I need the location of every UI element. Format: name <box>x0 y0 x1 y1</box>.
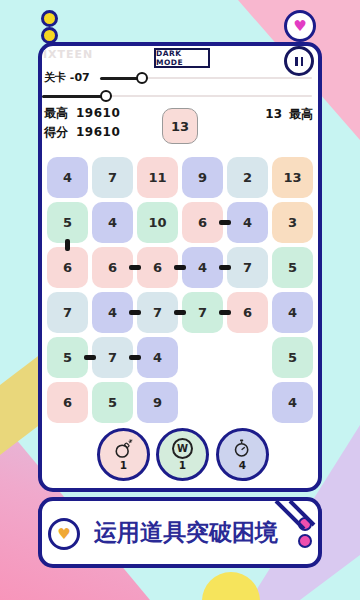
banner-heart-badge: ♥ <box>48 518 80 550</box>
grid-cell[interactable]: 4 <box>92 292 133 333</box>
grid-cell[interactable]: 7 <box>137 292 178 333</box>
grid-cell[interactable]: 6 <box>47 247 88 288</box>
right-best-tile: 13最高 <box>265 106 313 123</box>
grid-cell[interactable]: 4 <box>182 247 223 288</box>
grid-cell[interactable]: 4 <box>272 292 313 333</box>
grid-cell[interactable]: 5 <box>47 337 88 378</box>
current-score-label: 得分 <box>44 125 68 139</box>
current-score-value: 19610 <box>76 125 120 139</box>
link-connector <box>129 355 141 360</box>
grid-cell[interactable]: 7 <box>182 292 223 333</box>
screen: ♥ IXTEEN DARK MODE 关卡 -07 最高19610 得分1961… <box>0 0 360 600</box>
heart-badge: ♥ <box>284 10 316 42</box>
heart-icon: ♥ <box>57 527 70 542</box>
current-score-row: 得分19610 <box>44 123 120 142</box>
timer-count: 4 <box>239 460 246 471</box>
stopwatch-icon <box>232 438 253 459</box>
score-block: 最高19610 得分19610 <box>44 104 120 142</box>
grid-cell[interactable]: 6 <box>137 247 178 288</box>
grid-empty-cell <box>182 382 223 423</box>
link-connector <box>174 265 186 270</box>
grid-cell[interactable]: 13 <box>272 157 313 198</box>
wildcard-powerup-button[interactable]: W 1 <box>156 428 209 481</box>
level-slider-track <box>100 77 138 80</box>
pause-icon <box>301 57 304 66</box>
best-score-value: 19610 <box>76 106 120 120</box>
link-connector <box>219 265 231 270</box>
game-title-watermark: IXTEEN <box>43 48 93 61</box>
link-connector <box>219 220 231 225</box>
right-best-label: 最高 <box>289 107 313 121</box>
dark-mode-button[interactable]: DARK MODE <box>154 48 210 68</box>
right-best-value: 13 <box>265 107 282 121</box>
level-slider-knob[interactable] <box>136 72 148 84</box>
progress-slider-track-rest <box>109 95 312 97</box>
grid-cell[interactable]: 6 <box>92 247 133 288</box>
grid-cell[interactable]: 4 <box>92 202 133 243</box>
grid-cell[interactable]: 7 <box>92 157 133 198</box>
link-connector <box>129 310 141 315</box>
level-label: 关卡 -07 <box>44 70 90 85</box>
grid-cell[interactable]: 2 <box>227 157 268 198</box>
grid-cell[interactable]: 7 <box>227 247 268 288</box>
grid-cell[interactable]: 7 <box>47 292 88 333</box>
grid-cell[interactable]: 4 <box>137 337 178 378</box>
grid: 47119213541064366647574776457456594 <box>47 157 313 423</box>
bomb-count: 1 <box>120 460 127 471</box>
grid-cell[interactable]: 5 <box>47 202 88 243</box>
grid-cell[interactable]: 4 <box>47 157 88 198</box>
grid-cell[interactable]: 5 <box>92 382 133 423</box>
banner-dot-bottom <box>298 534 312 548</box>
grid-cell[interactable]: 9 <box>137 382 178 423</box>
best-score-label: 最高 <box>44 106 68 120</box>
level-slider-track-rest <box>145 77 312 79</box>
bomb-icon <box>113 438 134 459</box>
grid-cell[interactable]: 9 <box>182 157 223 198</box>
decor-yellow-semicircle <box>202 572 260 600</box>
pause-button[interactable] <box>284 46 314 76</box>
grid-cell[interactable]: 4 <box>272 382 313 423</box>
grid-cell[interactable]: 6 <box>47 382 88 423</box>
wildcard-w-icon: W <box>172 438 193 459</box>
link-connector <box>65 239 70 251</box>
wildcard-count: 1 <box>179 460 186 471</box>
link-connector <box>129 265 141 270</box>
link-connector <box>219 310 231 315</box>
link-connector <box>174 310 186 315</box>
timer-powerup-button[interactable]: 4 <box>216 428 269 481</box>
heart-icon: ♥ <box>293 19 306 34</box>
grid-cell[interactable]: 4 <box>227 202 268 243</box>
grid-cell[interactable]: 6 <box>227 292 268 333</box>
bomb-powerup-button[interactable]: 1 <box>97 428 150 481</box>
grid-cell[interactable]: 11 <box>137 157 178 198</box>
target-tile: 13 <box>162 108 198 144</box>
pause-icon <box>295 57 298 66</box>
hint-banner: ♥ 运用道具突破困境 <box>38 497 322 568</box>
decor-dot-top <box>41 10 58 27</box>
grid-cell[interactable]: 5 <box>272 337 313 378</box>
grid-empty-cell <box>227 337 268 378</box>
grid-cell[interactable]: 10 <box>137 202 178 243</box>
grid-cell[interactable]: 6 <box>182 202 223 243</box>
progress-slider-track <box>42 95 102 98</box>
corner-stripes-icon <box>238 501 318 529</box>
progress-slider-knob[interactable] <box>100 90 112 102</box>
grid-cell[interactable]: 3 <box>272 202 313 243</box>
game-frame: IXTEEN DARK MODE 关卡 -07 最高19610 得分19610 … <box>38 42 322 492</box>
grid-cell[interactable]: 7 <box>92 337 133 378</box>
grid-empty-cell <box>227 382 268 423</box>
link-connector <box>84 355 96 360</box>
grid-cell[interactable]: 5 <box>272 247 313 288</box>
best-score-row: 最高19610 <box>44 104 120 123</box>
grid-empty-cell <box>182 337 223 378</box>
